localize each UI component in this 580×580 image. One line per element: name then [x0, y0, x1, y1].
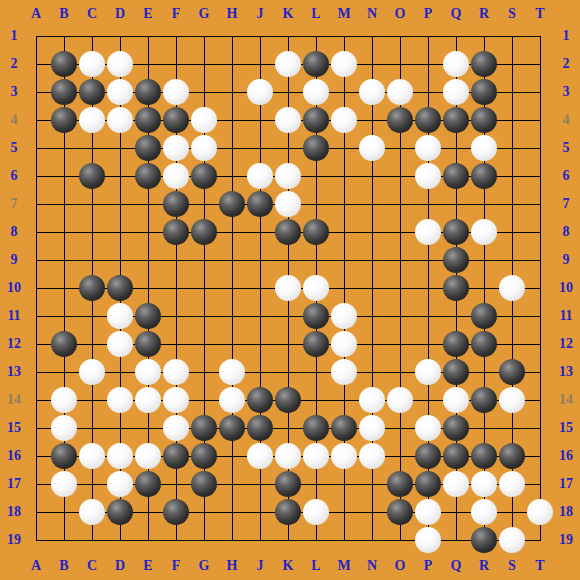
white-stone[interactable] — [275, 443, 301, 469]
black-stone[interactable] — [471, 303, 497, 329]
black-stone[interactable] — [331, 415, 357, 441]
col-label: O — [386, 559, 414, 573]
white-stone[interactable] — [387, 79, 413, 105]
white-stone[interactable] — [303, 79, 329, 105]
black-stone[interactable] — [51, 107, 77, 133]
black-stone[interactable] — [443, 443, 469, 469]
black-stone[interactable] — [163, 443, 189, 469]
white-stone[interactable] — [415, 219, 441, 245]
black-stone[interactable] — [303, 415, 329, 441]
black-stone[interactable] — [163, 107, 189, 133]
white-stone[interactable] — [275, 107, 301, 133]
white-stone[interactable] — [79, 107, 105, 133]
black-stone[interactable] — [443, 219, 469, 245]
black-stone[interactable] — [191, 471, 217, 497]
black-stone[interactable] — [443, 415, 469, 441]
black-stone[interactable] — [191, 415, 217, 441]
black-stone[interactable] — [275, 499, 301, 525]
col-label: G — [190, 7, 218, 21]
row-label: 11 — [552, 309, 580, 323]
white-stone[interactable] — [359, 387, 385, 413]
white-stone[interactable] — [331, 331, 357, 357]
black-stone[interactable] — [387, 471, 413, 497]
black-stone[interactable] — [471, 443, 497, 469]
white-stone[interactable] — [107, 331, 133, 357]
black-stone[interactable] — [499, 443, 525, 469]
white-stone[interactable] — [219, 359, 245, 385]
row-label: 8 — [0, 225, 28, 239]
white-stone[interactable] — [247, 163, 273, 189]
white-stone[interactable] — [275, 51, 301, 77]
row-label: 8 — [552, 225, 580, 239]
black-stone[interactable] — [135, 163, 161, 189]
black-stone[interactable] — [107, 499, 133, 525]
row-label: 12 — [552, 337, 580, 351]
col-label: P — [414, 7, 442, 21]
black-stone[interactable] — [471, 387, 497, 413]
white-stone[interactable] — [471, 219, 497, 245]
black-stone[interactable] — [303, 107, 329, 133]
black-stone[interactable] — [275, 471, 301, 497]
row-label: 13 — [552, 365, 580, 379]
white-stone[interactable] — [359, 135, 385, 161]
row-label: 15 — [552, 421, 580, 435]
black-stone[interactable] — [247, 387, 273, 413]
black-stone[interactable] — [471, 163, 497, 189]
white-stone[interactable] — [527, 499, 553, 525]
col-label: R — [470, 7, 498, 21]
row-label: 18 — [552, 505, 580, 519]
white-stone[interactable] — [303, 499, 329, 525]
row-label: 12 — [0, 337, 28, 351]
black-stone[interactable] — [415, 471, 441, 497]
black-stone[interactable] — [303, 51, 329, 77]
black-stone[interactable] — [247, 415, 273, 441]
white-stone[interactable] — [163, 359, 189, 385]
col-label: O — [386, 7, 414, 21]
row-label: 14 — [0, 393, 28, 407]
white-stone[interactable] — [79, 499, 105, 525]
white-stone[interactable] — [79, 443, 105, 469]
row-label: 16 — [0, 449, 28, 463]
black-stone[interactable] — [191, 443, 217, 469]
black-stone[interactable] — [303, 303, 329, 329]
black-stone[interactable] — [79, 79, 105, 105]
white-stone[interactable] — [331, 443, 357, 469]
black-stone[interactable] — [303, 331, 329, 357]
white-stone[interactable] — [415, 527, 441, 553]
black-stone[interactable] — [219, 191, 245, 217]
black-stone[interactable] — [443, 275, 469, 301]
white-stone[interactable] — [331, 359, 357, 385]
black-stone[interactable] — [135, 135, 161, 161]
black-stone[interactable] — [51, 331, 77, 357]
col-label: T — [526, 559, 554, 573]
white-stone[interactable] — [163, 415, 189, 441]
white-stone[interactable] — [247, 79, 273, 105]
grid-line — [540, 36, 541, 541]
white-stone[interactable] — [331, 51, 357, 77]
black-stone[interactable] — [135, 331, 161, 357]
row-label: 7 — [0, 197, 28, 211]
white-stone[interactable] — [415, 415, 441, 441]
black-stone[interactable] — [51, 79, 77, 105]
black-stone[interactable] — [415, 107, 441, 133]
col-label: L — [302, 559, 330, 573]
col-label: G — [190, 559, 218, 573]
white-stone[interactable] — [387, 387, 413, 413]
row-label: 15 — [0, 421, 28, 435]
black-stone[interactable] — [471, 107, 497, 133]
go-board[interactable]: ABCDEFGHJKLMNOPQRST ABCDEFGHJKLMNOPQRST … — [0, 0, 580, 580]
col-label: P — [414, 559, 442, 573]
black-stone[interactable] — [219, 415, 245, 441]
white-stone[interactable] — [415, 359, 441, 385]
col-label: R — [470, 559, 498, 573]
black-stone[interactable] — [387, 107, 413, 133]
white-stone[interactable] — [359, 79, 385, 105]
white-stone[interactable] — [303, 443, 329, 469]
col-label: E — [134, 7, 162, 21]
col-label: N — [358, 559, 386, 573]
col-label: J — [246, 7, 274, 21]
row-label: 1 — [552, 29, 580, 43]
black-stone[interactable] — [135, 303, 161, 329]
black-stone[interactable] — [443, 359, 469, 385]
black-stone[interactable] — [135, 107, 161, 133]
white-stone[interactable] — [51, 415, 77, 441]
row-label: 19 — [0, 533, 28, 547]
black-stone[interactable] — [443, 107, 469, 133]
row-label: 13 — [0, 365, 28, 379]
col-label: F — [162, 559, 190, 573]
col-label: A — [22, 7, 50, 21]
row-label: 18 — [0, 505, 28, 519]
row-label: 5 — [552, 141, 580, 155]
row-label: 7 — [552, 197, 580, 211]
col-label: B — [50, 7, 78, 21]
white-stone[interactable] — [163, 387, 189, 413]
white-stone[interactable] — [247, 443, 273, 469]
white-stone[interactable] — [499, 275, 525, 301]
row-label: 5 — [0, 141, 28, 155]
white-stone[interactable] — [275, 191, 301, 217]
black-stone[interactable] — [471, 527, 497, 553]
row-label: 10 — [552, 281, 580, 295]
white-stone[interactable] — [415, 135, 441, 161]
black-stone[interactable] — [163, 499, 189, 525]
col-label: B — [50, 559, 78, 573]
black-stone[interactable] — [443, 331, 469, 357]
black-stone[interactable] — [163, 219, 189, 245]
black-stone[interactable] — [275, 387, 301, 413]
white-stone[interactable] — [79, 359, 105, 385]
black-stone[interactable] — [191, 163, 217, 189]
row-label: 4 — [552, 113, 580, 127]
col-label: J — [246, 559, 274, 573]
white-stone[interactable] — [107, 51, 133, 77]
white-stone[interactable] — [359, 415, 385, 441]
white-stone[interactable] — [51, 387, 77, 413]
black-stone[interactable] — [471, 79, 497, 105]
white-stone[interactable] — [107, 79, 133, 105]
col-label: Q — [442, 7, 470, 21]
white-stone[interactable] — [219, 387, 245, 413]
white-stone[interactable] — [331, 107, 357, 133]
white-stone[interactable] — [443, 51, 469, 77]
black-stone[interactable] — [471, 51, 497, 77]
white-stone[interactable] — [443, 79, 469, 105]
white-stone[interactable] — [415, 163, 441, 189]
white-stone[interactable] — [191, 107, 217, 133]
white-stone[interactable] — [331, 303, 357, 329]
black-stone[interactable] — [387, 499, 413, 525]
white-stone[interactable] — [499, 471, 525, 497]
black-stone[interactable] — [163, 191, 189, 217]
black-stone[interactable] — [51, 51, 77, 77]
black-stone[interactable] — [107, 275, 133, 301]
row-label: 2 — [552, 57, 580, 71]
white-stone[interactable] — [471, 135, 497, 161]
col-label: T — [526, 7, 554, 21]
white-stone[interactable] — [107, 107, 133, 133]
row-label: 3 — [552, 85, 580, 99]
black-stone[interactable] — [443, 163, 469, 189]
col-label: A — [22, 559, 50, 573]
black-stone[interactable] — [79, 163, 105, 189]
white-stone[interactable] — [107, 303, 133, 329]
grid-line — [36, 540, 541, 541]
row-label: 14 — [552, 393, 580, 407]
white-stone[interactable] — [107, 471, 133, 497]
col-label: E — [134, 559, 162, 573]
white-stone[interactable] — [51, 471, 77, 497]
row-label: 9 — [0, 253, 28, 267]
white-stone[interactable] — [499, 387, 525, 413]
white-stone[interactable] — [135, 359, 161, 385]
col-label: H — [218, 7, 246, 21]
black-stone[interactable] — [499, 359, 525, 385]
white-stone[interactable] — [303, 275, 329, 301]
row-label: 6 — [0, 169, 28, 183]
col-label: K — [274, 7, 302, 21]
white-stone[interactable] — [79, 51, 105, 77]
col-label: D — [106, 559, 134, 573]
white-stone[interactable] — [135, 443, 161, 469]
black-stone[interactable] — [471, 331, 497, 357]
row-label: 19 — [552, 533, 580, 547]
black-stone[interactable] — [275, 219, 301, 245]
white-stone[interactable] — [443, 471, 469, 497]
col-label: S — [498, 7, 526, 21]
black-stone[interactable] — [191, 219, 217, 245]
col-label: Q — [442, 559, 470, 573]
black-stone[interactable] — [415, 443, 441, 469]
white-stone[interactable] — [443, 387, 469, 413]
white-stone[interactable] — [275, 163, 301, 189]
black-stone[interactable] — [303, 219, 329, 245]
col-label: D — [106, 7, 134, 21]
black-stone[interactable] — [303, 135, 329, 161]
white-stone[interactable] — [163, 135, 189, 161]
col-label: L — [302, 7, 330, 21]
white-stone[interactable] — [163, 163, 189, 189]
row-label: 17 — [552, 477, 580, 491]
col-label: H — [218, 559, 246, 573]
row-label: 17 — [0, 477, 28, 491]
row-label: 11 — [0, 309, 28, 323]
white-stone[interactable] — [499, 527, 525, 553]
row-label: 10 — [0, 281, 28, 295]
white-stone[interactable] — [163, 79, 189, 105]
black-stone[interactable] — [247, 191, 273, 217]
row-label: 2 — [0, 57, 28, 71]
white-stone[interactable] — [191, 135, 217, 161]
black-stone[interactable] — [135, 471, 161, 497]
white-stone[interactable] — [471, 471, 497, 497]
black-stone[interactable] — [51, 443, 77, 469]
col-label: F — [162, 7, 190, 21]
row-label: 4 — [0, 113, 28, 127]
black-stone[interactable] — [135, 79, 161, 105]
col-label: M — [330, 7, 358, 21]
col-label: S — [498, 559, 526, 573]
col-label: C — [78, 7, 106, 21]
row-label: 3 — [0, 85, 28, 99]
col-label: N — [358, 7, 386, 21]
col-label: K — [274, 559, 302, 573]
white-stone[interactable] — [135, 387, 161, 413]
black-stone[interactable] — [443, 247, 469, 273]
white-stone[interactable] — [107, 387, 133, 413]
row-label: 1 — [0, 29, 28, 43]
black-stone[interactable] — [79, 275, 105, 301]
col-label: C — [78, 559, 106, 573]
row-label: 16 — [552, 449, 580, 463]
white-stone[interactable] — [275, 275, 301, 301]
white-stone[interactable] — [415, 499, 441, 525]
row-label: 6 — [552, 169, 580, 183]
col-label: M — [330, 559, 358, 573]
white-stone[interactable] — [471, 499, 497, 525]
row-label: 9 — [552, 253, 580, 267]
white-stone[interactable] — [107, 443, 133, 469]
white-stone[interactable] — [359, 443, 385, 469]
